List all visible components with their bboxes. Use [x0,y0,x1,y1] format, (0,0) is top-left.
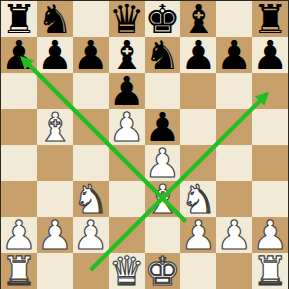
piece-black-pawn-f7[interactable]: ♟ [180,37,216,73]
square-g5[interactable] [216,109,252,145]
square-a7[interactable]: ♟ [1,37,37,73]
square-a5[interactable] [1,109,37,145]
square-b4[interactable] [37,145,73,181]
piece-white-king-e1[interactable]: ♚ [145,253,181,289]
square-d1[interactable]: ♛ [109,253,145,289]
square-h1[interactable]: ♜ [252,253,288,289]
square-b7[interactable]: ♟ [37,37,73,73]
square-h7[interactable]: ♟ [252,37,288,73]
square-b5[interactable]: ♝ [37,109,73,145]
square-f6[interactable] [180,73,216,109]
chess-board: ♜♞♛♚♝♜♟♟♟♝♞♟♟♟♟♝♟♟♟♞♝♞♟♟♟♟♟♟♜♛♚♜ [0,0,289,289]
square-a4[interactable] [1,145,37,181]
square-f2[interactable]: ♟ [180,217,216,253]
piece-white-pawn-b2[interactable]: ♟ [37,217,73,253]
square-d3[interactable] [109,181,145,217]
square-c7[interactable]: ♟ [73,37,109,73]
square-h6[interactable] [252,73,288,109]
square-g1[interactable] [216,253,252,289]
square-a1[interactable]: ♜ [1,253,37,289]
square-g2[interactable]: ♟ [216,217,252,253]
piece-white-pawn-g2[interactable]: ♟ [216,217,252,253]
piece-black-pawn-c7[interactable]: ♟ [73,37,109,73]
square-e7[interactable]: ♞ [145,37,181,73]
square-c1[interactable] [73,253,109,289]
piece-white-pawn-f2[interactable]: ♟ [180,217,216,253]
piece-black-pawn-h7[interactable]: ♟ [252,37,288,73]
square-b1[interactable] [37,253,73,289]
piece-white-queen-d1[interactable]: ♛ [109,253,145,289]
piece-black-pawn-g7[interactable]: ♟ [216,37,252,73]
piece-white-rook-a1[interactable]: ♜ [1,253,37,289]
square-g4[interactable] [216,145,252,181]
piece-white-bishop-e3[interactable]: ♝ [145,181,181,217]
piece-white-pawn-c2[interactable]: ♟ [73,217,109,253]
square-f7[interactable]: ♟ [180,37,216,73]
square-f5[interactable] [180,109,216,145]
piece-white-pawn-d5[interactable]: ♟ [109,109,145,145]
square-c6[interactable] [73,73,109,109]
piece-white-bishop-b5[interactable]: ♝ [37,109,73,145]
square-b2[interactable]: ♟ [37,217,73,253]
square-d5[interactable]: ♟ [109,109,145,145]
square-a6[interactable] [1,73,37,109]
square-f1[interactable] [180,253,216,289]
square-c2[interactable]: ♟ [73,217,109,253]
piece-black-pawn-a7[interactable]: ♟ [1,37,37,73]
piece-black-knight-e7[interactable]: ♞ [145,37,181,73]
piece-white-rook-h1[interactable]: ♜ [252,253,288,289]
square-d4[interactable] [109,145,145,181]
square-g7[interactable]: ♟ [216,37,252,73]
square-c5[interactable] [73,109,109,145]
square-h4[interactable] [252,145,288,181]
square-e3[interactable]: ♝ [145,181,181,217]
square-g6[interactable] [216,73,252,109]
square-h5[interactable] [252,109,288,145]
piece-black-pawn-b7[interactable]: ♟ [37,37,73,73]
square-e1[interactable]: ♚ [145,253,181,289]
